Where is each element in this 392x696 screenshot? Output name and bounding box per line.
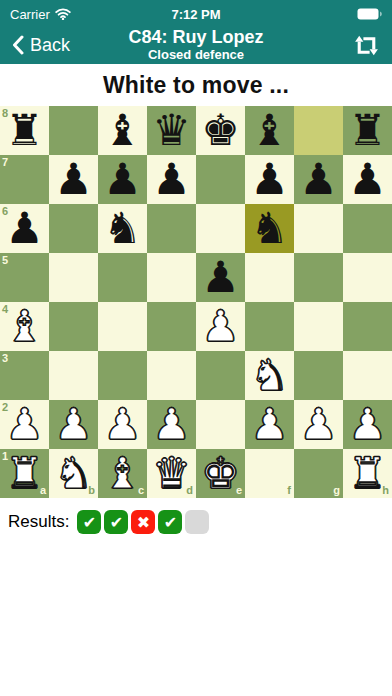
chevron-left-icon bbox=[12, 35, 24, 55]
square-c3[interactable] bbox=[98, 351, 147, 400]
carrier-label: Carrier bbox=[10, 7, 50, 22]
file-label-a: a bbox=[40, 485, 46, 496]
square-e7[interactable] bbox=[196, 155, 245, 204]
file-label-f: f bbox=[287, 485, 291, 496]
square-d5[interactable] bbox=[147, 253, 196, 302]
page-title: C84: Ruy Lopez Closed defence bbox=[128, 27, 263, 63]
piece-white-queen: ♛ bbox=[147, 449, 196, 498]
square-e3[interactable] bbox=[196, 351, 245, 400]
clock-time: 7:12 PM bbox=[134, 7, 258, 22]
piece-black-pawn: ♟ bbox=[196, 253, 245, 302]
square-g5[interactable] bbox=[294, 253, 343, 302]
square-f4[interactable] bbox=[245, 302, 294, 351]
square-c1[interactable]: ♝c bbox=[98, 449, 147, 498]
piece-black-rook: ♜ bbox=[0, 106, 49, 155]
rank-label-4: 4 bbox=[2, 304, 8, 315]
piece-white-pawn: ♟ bbox=[343, 400, 392, 449]
square-h6[interactable] bbox=[343, 204, 392, 253]
piece-white-pawn: ♟ bbox=[98, 400, 147, 449]
piece-black-pawn: ♟ bbox=[147, 155, 196, 204]
square-h1[interactable]: ♜h bbox=[343, 449, 392, 498]
result-5-pending bbox=[185, 510, 209, 534]
results-row: Results: ✔✔✖✔ bbox=[8, 510, 392, 534]
square-d2[interactable]: ♟ bbox=[147, 400, 196, 449]
result-2-correct: ✔ bbox=[104, 510, 128, 534]
piece-black-pawn: ♟ bbox=[49, 155, 98, 204]
app-header: Carrier 7:12 PM bbox=[0, 0, 392, 64]
square-g2[interactable]: ♟ bbox=[294, 400, 343, 449]
rank-label-5: 5 bbox=[2, 255, 8, 266]
result-1-correct: ✔ bbox=[77, 510, 101, 534]
square-h8[interactable]: ♜ bbox=[343, 106, 392, 155]
square-f5[interactable] bbox=[245, 253, 294, 302]
square-b4[interactable] bbox=[49, 302, 98, 351]
square-g3[interactable] bbox=[294, 351, 343, 400]
back-button[interactable]: Back bbox=[12, 35, 70, 56]
square-e4[interactable]: ♟ bbox=[196, 302, 245, 351]
square-e6[interactable] bbox=[196, 204, 245, 253]
square-b3[interactable] bbox=[49, 351, 98, 400]
square-h2[interactable]: ♟ bbox=[343, 400, 392, 449]
square-f8[interactable]: ♝ bbox=[245, 106, 294, 155]
square-f7[interactable]: ♟ bbox=[245, 155, 294, 204]
back-label: Back bbox=[30, 35, 70, 56]
piece-white-pawn: ♟ bbox=[196, 302, 245, 351]
square-c6[interactable]: ♞ bbox=[98, 204, 147, 253]
square-h5[interactable] bbox=[343, 253, 392, 302]
piece-black-king: ♚ bbox=[196, 106, 245, 155]
square-d7[interactable]: ♟ bbox=[147, 155, 196, 204]
piece-black-pawn: ♟ bbox=[98, 155, 147, 204]
square-c2[interactable]: ♟ bbox=[98, 400, 147, 449]
battery-icon bbox=[357, 8, 382, 20]
square-f3[interactable]: ♞ bbox=[245, 351, 294, 400]
result-4-correct: ✔ bbox=[158, 510, 182, 534]
square-e8[interactable]: ♚ bbox=[196, 106, 245, 155]
file-label-g: g bbox=[333, 485, 340, 496]
square-a4[interactable]: ♝4 bbox=[0, 302, 49, 351]
piece-white-rook: ♜ bbox=[343, 449, 392, 498]
piece-black-bishop: ♝ bbox=[245, 106, 294, 155]
square-c5[interactable] bbox=[98, 253, 147, 302]
square-d3[interactable] bbox=[147, 351, 196, 400]
square-d1[interactable]: ♛d bbox=[147, 449, 196, 498]
chess-board: ♜8♝♛♚♝♜7♟♟♟♟♟♟♟6♞♞5♟♝4♟3♞♟2♟♟♟♟♟♟♜1a♞b♝c… bbox=[0, 106, 392, 498]
square-h7[interactable]: ♟ bbox=[343, 155, 392, 204]
square-a1[interactable]: ♜1a bbox=[0, 449, 49, 498]
piece-black-bishop: ♝ bbox=[98, 106, 147, 155]
square-e1[interactable]: ♚e bbox=[196, 449, 245, 498]
square-g6[interactable] bbox=[294, 204, 343, 253]
piece-black-rook: ♜ bbox=[343, 106, 392, 155]
piece-black-knight: ♞ bbox=[245, 204, 294, 253]
rank-label-3: 3 bbox=[2, 353, 8, 364]
repeat-icon bbox=[353, 34, 380, 57]
square-d4[interactable] bbox=[147, 302, 196, 351]
results-icons: ✔✔✖✔ bbox=[77, 510, 209, 534]
nav-bar: Back C84: Ruy Lopez Closed defence bbox=[0, 26, 392, 64]
square-b7[interactable]: ♟ bbox=[49, 155, 98, 204]
square-g4[interactable] bbox=[294, 302, 343, 351]
square-c7[interactable]: ♟ bbox=[98, 155, 147, 204]
piece-black-pawn: ♟ bbox=[294, 155, 343, 204]
file-label-h: h bbox=[382, 485, 389, 496]
piece-black-pawn: ♟ bbox=[245, 155, 294, 204]
piece-white-knight: ♞ bbox=[245, 351, 294, 400]
piece-black-queen: ♛ bbox=[147, 106, 196, 155]
file-label-b: b bbox=[88, 485, 95, 496]
square-a5[interactable]: 5 bbox=[0, 253, 49, 302]
wifi-icon bbox=[55, 8, 71, 20]
file-label-c: c bbox=[138, 485, 144, 496]
square-d6[interactable] bbox=[147, 204, 196, 253]
square-c4[interactable] bbox=[98, 302, 147, 351]
piece-white-pawn: ♟ bbox=[0, 400, 49, 449]
square-a3[interactable]: 3 bbox=[0, 351, 49, 400]
piece-white-knight: ♞ bbox=[49, 449, 98, 498]
square-h3[interactable] bbox=[343, 351, 392, 400]
opening-subtitle: Closed defence bbox=[128, 48, 263, 63]
square-b6[interactable] bbox=[49, 204, 98, 253]
square-g1[interactable]: g bbox=[294, 449, 343, 498]
piece-black-knight: ♞ bbox=[98, 204, 147, 253]
square-a2[interactable]: ♟2 bbox=[0, 400, 49, 449]
opening-title: C84: Ruy Lopez bbox=[128, 27, 263, 48]
rank-label-6: 6 bbox=[2, 206, 8, 217]
phone-screen: Carrier 7:12 PM bbox=[0, 0, 392, 696]
square-g8[interactable] bbox=[294, 106, 343, 155]
square-f1[interactable]: f bbox=[245, 449, 294, 498]
piece-white-rook: ♜ bbox=[0, 449, 49, 498]
square-h4[interactable] bbox=[343, 302, 392, 351]
piece-black-pawn: ♟ bbox=[343, 155, 392, 204]
results-label: Results: bbox=[8, 512, 69, 532]
square-a6[interactable]: ♟6 bbox=[0, 204, 49, 253]
square-c8[interactable]: ♝ bbox=[98, 106, 147, 155]
square-g7[interactable]: ♟ bbox=[294, 155, 343, 204]
square-e2[interactable] bbox=[196, 400, 245, 449]
rank-label-1: 1 bbox=[2, 451, 8, 462]
square-f6[interactable]: ♞ bbox=[245, 204, 294, 253]
square-a8[interactable]: ♜8 bbox=[0, 106, 49, 155]
piece-white-king: ♚ bbox=[196, 449, 245, 498]
square-d8[interactable]: ♛ bbox=[147, 106, 196, 155]
square-b8[interactable] bbox=[49, 106, 98, 155]
rank-label-2: 2 bbox=[2, 402, 8, 413]
move-prompt: White to move ... bbox=[0, 64, 392, 106]
repeat-button[interactable] bbox=[353, 34, 380, 57]
piece-white-pawn: ♟ bbox=[49, 400, 98, 449]
square-b1[interactable]: ♞b bbox=[49, 449, 98, 498]
file-label-d: d bbox=[186, 485, 193, 496]
rank-label-8: 8 bbox=[2, 108, 8, 119]
piece-white-bishop: ♝ bbox=[0, 302, 49, 351]
square-a7[interactable]: 7 bbox=[0, 155, 49, 204]
piece-black-pawn: ♟ bbox=[0, 204, 49, 253]
square-f2[interactable]: ♟ bbox=[245, 400, 294, 449]
file-label-e: e bbox=[236, 485, 242, 496]
piece-white-pawn: ♟ bbox=[147, 400, 196, 449]
piece-white-pawn: ♟ bbox=[294, 400, 343, 449]
square-b5[interactable] bbox=[49, 253, 98, 302]
square-e5[interactable]: ♟ bbox=[196, 253, 245, 302]
piece-white-bishop: ♝ bbox=[98, 449, 147, 498]
result-3-incorrect: ✖ bbox=[131, 510, 155, 534]
square-b2[interactable]: ♟ bbox=[49, 400, 98, 449]
status-bar: Carrier 7:12 PM bbox=[0, 0, 392, 26]
piece-white-pawn: ♟ bbox=[245, 400, 294, 449]
rank-label-7: 7 bbox=[2, 157, 8, 168]
